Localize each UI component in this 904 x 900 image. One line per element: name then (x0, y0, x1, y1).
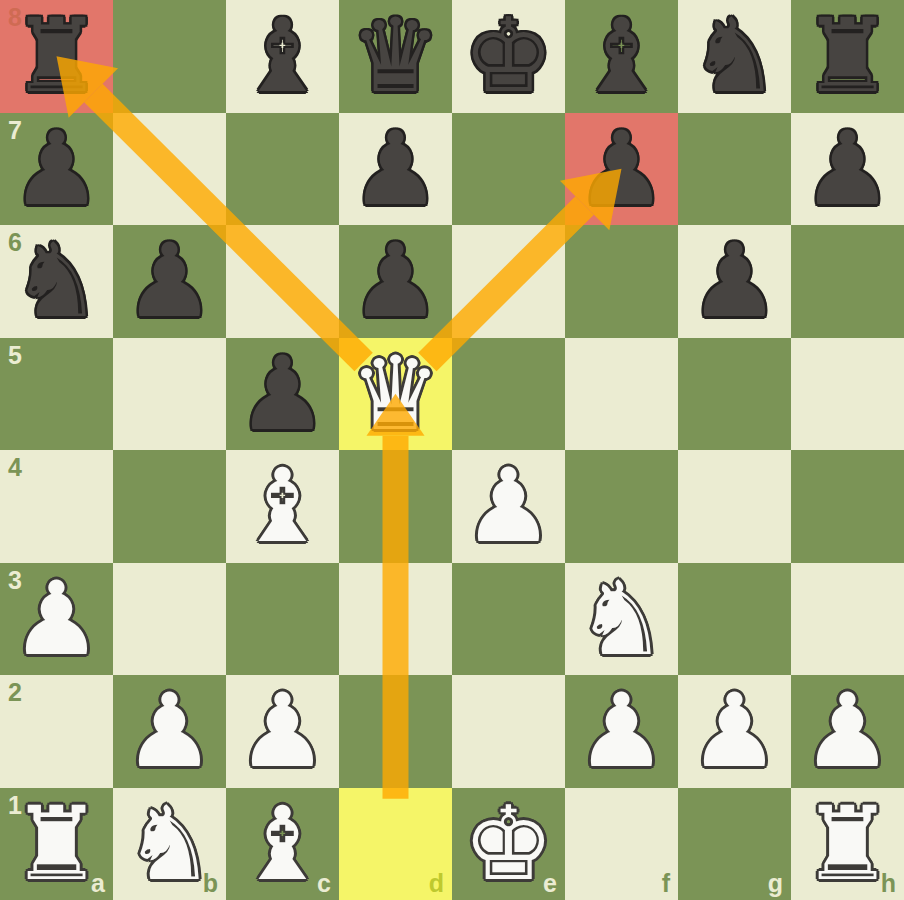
piece-white-pawn-e4[interactable]: ♟ (452, 450, 565, 563)
square-e7[interactable] (452, 113, 565, 226)
square-d2[interactable] (339, 675, 452, 788)
square-g5[interactable] (678, 338, 791, 451)
square-d3[interactable] (339, 563, 452, 676)
piece-black-pawn-f7[interactable]: ♟ (565, 113, 678, 226)
piece-black-pawn-b6[interactable]: ♟ (113, 225, 226, 338)
square-g3[interactable] (678, 563, 791, 676)
piece-white-pawn-f2[interactable]: ♟ (565, 675, 678, 788)
square-e5[interactable] (452, 338, 565, 451)
piece-white-knight-b1[interactable]: ♞ (113, 788, 226, 900)
square-b8[interactable] (113, 0, 226, 113)
piece-white-rook-a1[interactable]: ♜ (0, 788, 113, 900)
rank-label-4: 4 (8, 455, 22, 480)
square-d4[interactable] (339, 450, 452, 563)
square-b7[interactable] (113, 113, 226, 226)
square-c3[interactable] (226, 563, 339, 676)
square-b5[interactable] (113, 338, 226, 451)
square-h4[interactable] (791, 450, 904, 563)
piece-white-pawn-a3[interactable]: ♟ (0, 563, 113, 676)
piece-black-pawn-a7[interactable]: ♟ (0, 113, 113, 226)
piece-white-knight-f3[interactable]: ♞ (565, 563, 678, 676)
square-g7[interactable] (678, 113, 791, 226)
square-a5[interactable]: 5 (0, 338, 113, 451)
square-f4[interactable] (565, 450, 678, 563)
square-a4[interactable]: 4 (0, 450, 113, 563)
piece-black-rook-h8[interactable]: ♜ (791, 0, 904, 113)
rank-label-2: 2 (8, 680, 22, 705)
square-h5[interactable] (791, 338, 904, 451)
file-label-f: f (662, 871, 670, 896)
piece-black-pawn-d7[interactable]: ♟ (339, 113, 452, 226)
file-label-d: d (429, 871, 444, 896)
piece-black-knight-g8[interactable]: ♞ (678, 0, 791, 113)
piece-black-pawn-c5[interactable]: ♟ (226, 338, 339, 451)
piece-white-rook-h1[interactable]: ♜ (791, 788, 904, 900)
piece-black-pawn-h7[interactable]: ♟ (791, 113, 904, 226)
square-f6[interactable] (565, 225, 678, 338)
piece-black-pawn-d6[interactable]: ♟ (339, 225, 452, 338)
piece-white-bishop-c4[interactable]: ♝ (226, 450, 339, 563)
square-b4[interactable] (113, 450, 226, 563)
piece-black-rook-a8[interactable]: ♜ (0, 0, 113, 113)
square-e3[interactable] (452, 563, 565, 676)
square-h3[interactable] (791, 563, 904, 676)
piece-white-pawn-c2[interactable]: ♟ (226, 675, 339, 788)
square-e6[interactable] (452, 225, 565, 338)
piece-black-knight-a6[interactable]: ♞ (0, 225, 113, 338)
square-b3[interactable] (113, 563, 226, 676)
piece-white-pawn-h2[interactable]: ♟ (791, 675, 904, 788)
piece-white-bishop-c1[interactable]: ♝ (226, 788, 339, 900)
rank-label-5: 5 (8, 343, 22, 368)
piece-black-pawn-g6[interactable]: ♟ (678, 225, 791, 338)
piece-white-pawn-g2[interactable]: ♟ (678, 675, 791, 788)
square-a2[interactable]: 2 (0, 675, 113, 788)
piece-black-queen-d8[interactable]: ♛ (339, 0, 452, 113)
square-e2[interactable] (452, 675, 565, 788)
piece-white-king-e1[interactable]: ♚ (452, 788, 565, 900)
square-g1[interactable]: g (678, 788, 791, 900)
square-h6[interactable] (791, 225, 904, 338)
square-f5[interactable] (565, 338, 678, 451)
piece-white-pawn-b2[interactable]: ♟ (113, 675, 226, 788)
piece-black-bishop-c8[interactable]: ♝ (226, 0, 339, 113)
square-f1[interactable]: f (565, 788, 678, 900)
piece-black-bishop-f8[interactable]: ♝ (565, 0, 678, 113)
square-d1[interactable]: d (339, 788, 452, 900)
square-c7[interactable] (226, 113, 339, 226)
square-g4[interactable] (678, 450, 791, 563)
piece-white-queen-d5[interactable]: ♛ (339, 338, 452, 451)
file-label-g: g (768, 871, 783, 896)
piece-black-king-e8[interactable]: ♚ (452, 0, 565, 113)
chess-board: 87654321abcdefgh ♜♝♛♚♝♞♜♟♟♟♟♞♟♟♟♟♛♝♟♟♞♟♟… (0, 0, 904, 900)
square-c6[interactable] (226, 225, 339, 338)
